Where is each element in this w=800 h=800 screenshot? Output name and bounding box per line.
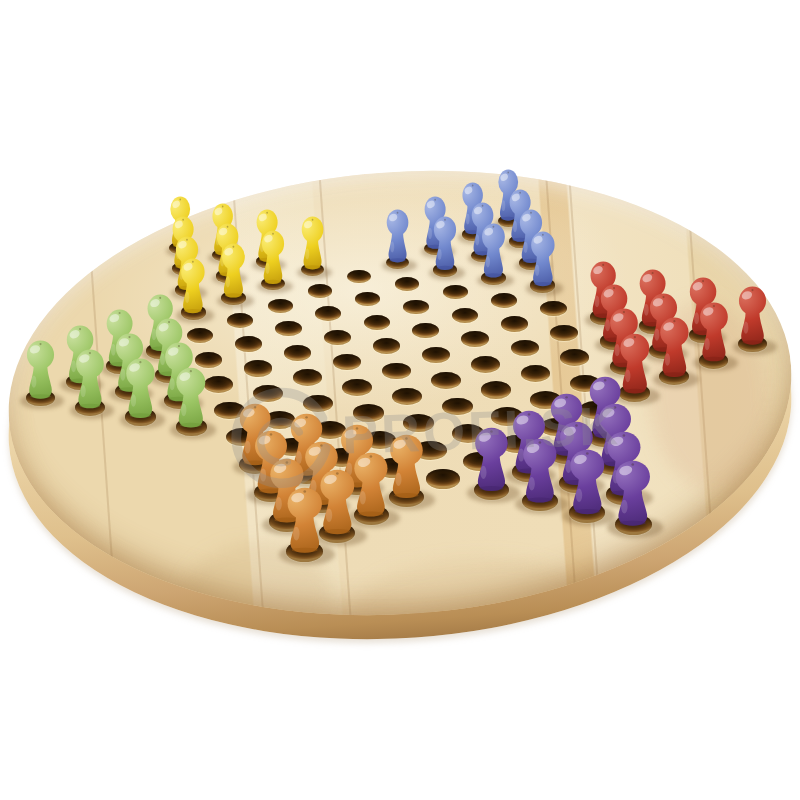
board-hole-empty[interactable] xyxy=(353,404,384,422)
board-hole-empty[interactable] xyxy=(560,349,589,366)
board-hole-empty[interactable] xyxy=(491,293,517,308)
peg-purple[interactable] xyxy=(563,449,612,519)
peg-green[interactable] xyxy=(21,340,60,403)
board-hole-empty[interactable] xyxy=(324,330,351,345)
peg-blue[interactable] xyxy=(429,216,461,274)
board-hole-empty[interactable] xyxy=(443,285,468,299)
board-hole-empty[interactable] xyxy=(442,398,473,416)
peg-red[interactable] xyxy=(733,286,772,349)
board-hole-empty[interactable] xyxy=(382,363,411,380)
peg-purple[interactable] xyxy=(468,427,515,496)
peg-yellow[interactable] xyxy=(217,243,250,302)
board-hole-empty[interactable] xyxy=(364,315,390,330)
peg-blue[interactable] xyxy=(477,223,510,282)
board-hole-empty[interactable] xyxy=(452,308,478,323)
peg-purple[interactable] xyxy=(608,460,658,531)
board-hole-empty[interactable] xyxy=(426,469,460,489)
board-hole-empty[interactable] xyxy=(550,325,578,341)
peg-purple[interactable] xyxy=(516,438,564,507)
board-hole-empty[interactable] xyxy=(293,369,322,386)
board-hole-empty[interactable] xyxy=(431,372,461,389)
board-hole-empty[interactable] xyxy=(471,356,500,373)
board-hole-empty[interactable] xyxy=(284,345,312,361)
peg-yellow[interactable] xyxy=(297,216,328,273)
peg-yellow[interactable] xyxy=(257,230,289,288)
peg-green[interactable] xyxy=(170,367,212,432)
board-hole-empty[interactable] xyxy=(501,316,528,331)
peg-orange[interactable] xyxy=(280,487,330,558)
board-hole-empty[interactable] xyxy=(333,354,361,370)
board-hole-empty[interactable] xyxy=(268,299,293,313)
board-hole-empty[interactable] xyxy=(540,301,566,316)
board-hole-empty[interactable] xyxy=(235,336,262,351)
board-hole-empty[interactable] xyxy=(227,313,253,328)
peg-blue[interactable] xyxy=(382,209,413,266)
peg-red[interactable] xyxy=(694,302,734,366)
scene: PROFI.SK xyxy=(0,0,800,800)
board-hole-empty[interactable] xyxy=(342,379,372,396)
board-hole-empty[interactable] xyxy=(481,381,511,398)
board-hole-empty[interactable] xyxy=(373,338,401,354)
board-hole-empty[interactable] xyxy=(521,365,551,382)
peg-green[interactable] xyxy=(120,358,161,422)
peg-green[interactable] xyxy=(70,349,110,413)
peg-blue[interactable] xyxy=(526,231,560,290)
peg-red[interactable] xyxy=(654,317,695,381)
peg-yellow[interactable] xyxy=(176,258,210,317)
board-hole-empty[interactable] xyxy=(244,360,272,376)
